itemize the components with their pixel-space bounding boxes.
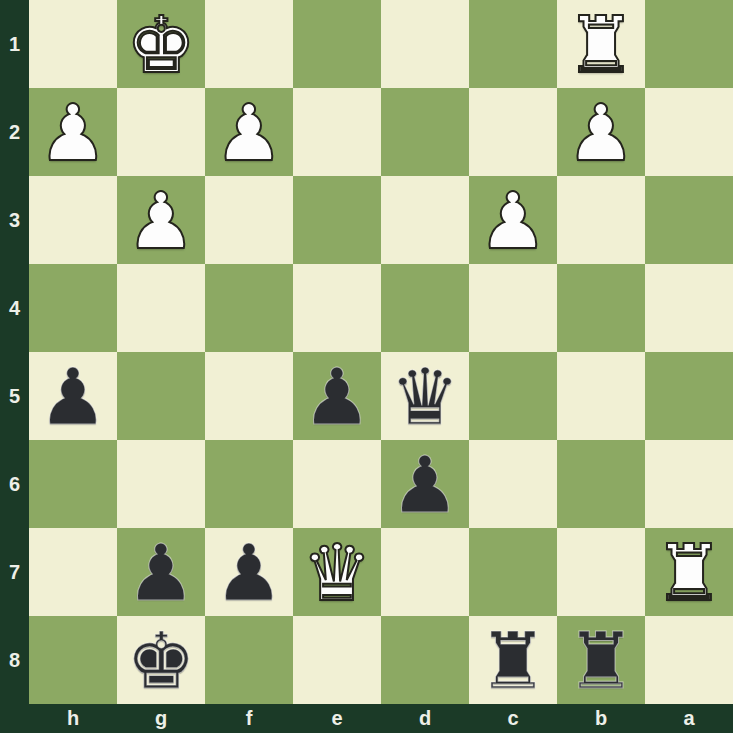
piece-black-rook[interactable]: ♜: [478, 617, 548, 704]
square-a3[interactable]: [645, 176, 733, 264]
square-g3[interactable]: ♟: [117, 176, 205, 264]
square-b6[interactable]: [557, 440, 645, 528]
square-b7[interactable]: [557, 528, 645, 616]
square-b1[interactable]: ♜: [557, 0, 645, 88]
piece-black-queen[interactable]: ♛: [390, 353, 460, 440]
piece-white-king[interactable]: ♚: [126, 1, 196, 88]
rank-label-8: 8: [0, 616, 29, 704]
square-b5[interactable]: [557, 352, 645, 440]
square-b2[interactable]: ♟: [557, 88, 645, 176]
square-e5[interactable]: ♟: [293, 352, 381, 440]
piece-white-pawn[interactable]: ♟: [126, 177, 196, 264]
square-c6[interactable]: [469, 440, 557, 528]
chess-board: 1♚♜2♟♟♟3♟♟45♟♟♛6♟7♟♟♛♜8♚♜♜hgfedcba: [0, 0, 733, 733]
file-label-f: f: [205, 704, 293, 733]
square-a8[interactable]: [645, 616, 733, 704]
rank-label-7: 7: [0, 528, 29, 616]
square-h1[interactable]: [29, 0, 117, 88]
square-c8[interactable]: ♜: [469, 616, 557, 704]
square-d2[interactable]: [381, 88, 469, 176]
file-label-a: a: [645, 704, 733, 733]
square-a7[interactable]: ♜: [645, 528, 733, 616]
square-d1[interactable]: [381, 0, 469, 88]
piece-black-pawn[interactable]: ♟: [126, 529, 196, 616]
square-f7[interactable]: ♟: [205, 528, 293, 616]
piece-black-rook[interactable]: ♜: [566, 617, 636, 704]
square-f4[interactable]: [205, 264, 293, 352]
square-b3[interactable]: [557, 176, 645, 264]
square-g1[interactable]: ♚: [117, 0, 205, 88]
square-f1[interactable]: [205, 0, 293, 88]
square-e3[interactable]: [293, 176, 381, 264]
square-h4[interactable]: [29, 264, 117, 352]
square-c7[interactable]: [469, 528, 557, 616]
square-h8[interactable]: [29, 616, 117, 704]
rank-label-1: 1: [0, 0, 29, 88]
square-f8[interactable]: [205, 616, 293, 704]
rank-label-6: 6: [0, 440, 29, 528]
piece-white-pawn[interactable]: ♟: [566, 89, 636, 176]
piece-white-pawn[interactable]: ♟: [38, 89, 108, 176]
square-e4[interactable]: [293, 264, 381, 352]
square-a2[interactable]: [645, 88, 733, 176]
square-g5[interactable]: [117, 352, 205, 440]
square-f3[interactable]: [205, 176, 293, 264]
square-h6[interactable]: [29, 440, 117, 528]
square-f2[interactable]: ♟: [205, 88, 293, 176]
rank-label-4: 4: [0, 264, 29, 352]
rank-label-3: 3: [0, 176, 29, 264]
file-label-h: h: [29, 704, 117, 733]
file-label-c: c: [469, 704, 557, 733]
file-label-d: d: [381, 704, 469, 733]
square-c1[interactable]: [469, 0, 557, 88]
square-a5[interactable]: [645, 352, 733, 440]
square-h2[interactable]: ♟: [29, 88, 117, 176]
square-a1[interactable]: [645, 0, 733, 88]
square-g2[interactable]: [117, 88, 205, 176]
square-e8[interactable]: [293, 616, 381, 704]
square-b8[interactable]: ♜: [557, 616, 645, 704]
square-d6[interactable]: ♟: [381, 440, 469, 528]
board-corner: [0, 704, 29, 733]
piece-black-king[interactable]: ♚: [126, 617, 196, 704]
square-a4[interactable]: [645, 264, 733, 352]
square-g4[interactable]: [117, 264, 205, 352]
square-d7[interactable]: [381, 528, 469, 616]
square-d3[interactable]: [381, 176, 469, 264]
rank-label-5: 5: [0, 352, 29, 440]
square-e7[interactable]: ♛: [293, 528, 381, 616]
piece-white-pawn[interactable]: ♟: [214, 89, 284, 176]
file-label-g: g: [117, 704, 205, 733]
piece-black-pawn[interactable]: ♟: [38, 353, 108, 440]
piece-white-rook[interactable]: ♜: [654, 529, 724, 616]
square-d4[interactable]: [381, 264, 469, 352]
square-e2[interactable]: [293, 88, 381, 176]
piece-black-pawn[interactable]: ♟: [214, 529, 284, 616]
square-e1[interactable]: [293, 0, 381, 88]
square-g6[interactable]: [117, 440, 205, 528]
square-b4[interactable]: [557, 264, 645, 352]
square-f6[interactable]: [205, 440, 293, 528]
square-g8[interactable]: ♚: [117, 616, 205, 704]
file-label-b: b: [557, 704, 645, 733]
piece-white-queen[interactable]: ♛: [302, 529, 372, 616]
square-a6[interactable]: [645, 440, 733, 528]
piece-white-rook[interactable]: ♜: [566, 1, 636, 88]
rank-label-2: 2: [0, 88, 29, 176]
file-label-e: e: [293, 704, 381, 733]
piece-black-pawn[interactable]: ♟: [390, 441, 460, 528]
square-d5[interactable]: ♛: [381, 352, 469, 440]
square-c4[interactable]: [469, 264, 557, 352]
square-c2[interactable]: [469, 88, 557, 176]
square-c3[interactable]: ♟: [469, 176, 557, 264]
square-h7[interactable]: [29, 528, 117, 616]
square-c5[interactable]: [469, 352, 557, 440]
square-f5[interactable]: [205, 352, 293, 440]
piece-white-pawn[interactable]: ♟: [478, 177, 548, 264]
square-h3[interactable]: [29, 176, 117, 264]
square-g7[interactable]: ♟: [117, 528, 205, 616]
square-h5[interactable]: ♟: [29, 352, 117, 440]
square-d8[interactable]: [381, 616, 469, 704]
square-e6[interactable]: [293, 440, 381, 528]
piece-black-pawn[interactable]: ♟: [302, 353, 372, 440]
